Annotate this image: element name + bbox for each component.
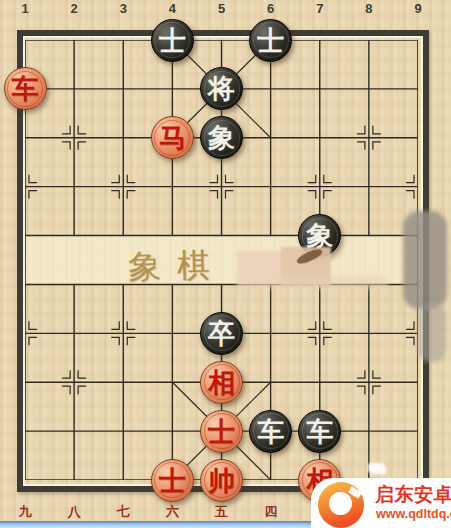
piece-red-士-file4-row9[interactable]: 士 xyxy=(151,459,194,502)
piece-black-卒-file5-row6[interactable]: 卒 xyxy=(200,312,243,355)
piece-glyph: 士 xyxy=(159,467,186,494)
rank-label-2: 八 xyxy=(63,503,85,521)
file-label-7: 7 xyxy=(309,1,331,16)
rank-label-3: 七 xyxy=(112,503,134,521)
watermark-logo-icon xyxy=(318,482,364,528)
piece-black-士-file6-row0[interactable]: 士 xyxy=(249,19,292,62)
piece-glyph: 车 xyxy=(306,418,333,445)
file-label-3: 3 xyxy=(112,1,134,16)
piece-red-帅-file5-row9[interactable]: 帅 xyxy=(200,459,243,502)
watermark-site-name: 启东安卓网 xyxy=(375,482,451,508)
piece-glyph: 卒 xyxy=(208,320,235,347)
piece-glyph: 车 xyxy=(257,418,284,445)
white-smudge-mark xyxy=(368,463,386,474)
piece-red-车-file1-row1[interactable]: 车 xyxy=(4,67,47,110)
piece-glyph: 帅 xyxy=(208,467,235,494)
watermark-site-url: www.qdltdq.com xyxy=(376,507,451,521)
file-label-2: 2 xyxy=(63,1,85,16)
piece-glyph: 马 xyxy=(159,124,186,151)
piece-glyph: 象 xyxy=(306,222,333,249)
file-label-8: 8 xyxy=(358,1,380,16)
piece-black-象-file5-row2[interactable]: 象 xyxy=(200,116,243,159)
file-label-6: 6 xyxy=(260,1,282,16)
piece-red-相-file5-row7[interactable]: 相 xyxy=(200,361,243,404)
blur-artifact-right-edge xyxy=(403,211,447,309)
rank-label-1: 九 xyxy=(14,503,36,521)
piece-black-车-file7-row8[interactable]: 车 xyxy=(298,410,341,453)
watermark-banner: 启东安卓网 www.qdltdq.com xyxy=(311,478,451,528)
blur-artifact-right-edge-small xyxy=(418,304,446,362)
piece-glyph: 士 xyxy=(208,418,235,445)
rank-label-5: 五 xyxy=(211,503,233,521)
piece-black-车-file6-row8[interactable]: 车 xyxy=(249,410,292,453)
censored-watermark-fade xyxy=(238,276,388,289)
piece-red-士-file5-row8[interactable]: 士 xyxy=(200,410,243,453)
rank-label-4: 六 xyxy=(161,503,183,521)
file-label-9: 9 xyxy=(407,1,429,16)
file-label-5: 5 xyxy=(211,1,233,16)
piece-glyph: 士 xyxy=(159,27,186,54)
piece-glyph: 相 xyxy=(208,369,235,396)
piece-black-士-file4-row0[interactable]: 士 xyxy=(151,19,194,62)
piece-red-马-file4-row2[interactable]: 马 xyxy=(151,116,194,159)
xiangqi-board-screen: 123456789 象棋 士士车将马象象卒相士车车士帅相 九八七六五四三二一 启… xyxy=(0,0,451,528)
piece-glyph: 车 xyxy=(12,75,39,102)
piece-glyph: 将 xyxy=(208,75,235,102)
file-label-4: 4 xyxy=(161,1,183,16)
rank-label-6: 四 xyxy=(260,503,282,521)
file-label-1: 1 xyxy=(14,1,36,16)
piece-glyph: 士 xyxy=(257,27,284,54)
piece-glyph: 象 xyxy=(208,124,235,151)
